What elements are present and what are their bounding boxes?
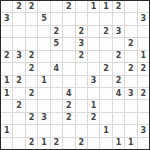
- cell-r4c1: 3: [13, 51, 24, 62]
- cell-r11c5[interactable]: [63, 138, 74, 149]
- cell-r3c8[interactable]: [100, 38, 111, 49]
- cell-r10c10[interactable]: [125, 125, 136, 136]
- cell-r4c7[interactable]: [88, 51, 99, 62]
- cell-r8c5: 2: [63, 100, 74, 111]
- cell-r3c0[interactable]: [1, 38, 12, 49]
- cell-r11c9: 1: [113, 138, 124, 149]
- cell-r5c1[interactable]: [13, 63, 24, 74]
- cell-r8c6[interactable]: [76, 100, 87, 111]
- cell-r10c9[interactable]: [113, 125, 124, 136]
- cell-r9c8[interactable]: [100, 113, 111, 124]
- cell-r6c8[interactable]: [100, 76, 111, 87]
- cell-r8c0[interactable]: [1, 100, 12, 111]
- cell-r3c2[interactable]: [26, 38, 37, 49]
- cell-r6c4[interactable]: [51, 76, 62, 87]
- cell-r10c7[interactable]: [88, 125, 99, 136]
- cell-r1c1[interactable]: [13, 13, 24, 24]
- cell-r0c2: 2: [26, 1, 37, 12]
- cell-r11c0[interactable]: [1, 138, 12, 149]
- cell-r9c11[interactable]: [138, 113, 149, 124]
- cell-r8c7: 1: [88, 100, 99, 111]
- cell-r5c2: 2: [26, 63, 37, 74]
- cell-r4c0: 2: [1, 51, 12, 62]
- cell-r0c7: 1: [88, 1, 99, 12]
- cell-r8c4[interactable]: [51, 100, 62, 111]
- cell-r9c10[interactable]: [125, 113, 136, 124]
- cell-r3c3[interactable]: [38, 38, 49, 49]
- cell-r9c1[interactable]: [13, 113, 24, 124]
- cell-r0c8: 1: [100, 1, 111, 12]
- cell-r4c3[interactable]: [38, 51, 49, 62]
- cell-r6c1: 2: [13, 76, 24, 87]
- cell-r4c10[interactable]: [125, 51, 136, 62]
- cell-r1c6[interactable]: [76, 13, 87, 24]
- cell-r11c2: 2: [26, 138, 37, 149]
- cell-r1c11: 3: [138, 13, 149, 24]
- cell-r5c4: 4: [51, 63, 62, 74]
- cell-r6c3: 1: [38, 76, 49, 87]
- cell-r1c8[interactable]: [100, 13, 111, 24]
- cell-r5c7[interactable]: [88, 63, 99, 74]
- cell-r4c2: 2: [26, 51, 37, 62]
- cell-r5c9[interactable]: [113, 63, 124, 74]
- cell-r2c4: 2: [51, 26, 62, 37]
- cell-r10c0: 1: [1, 125, 12, 136]
- cell-r5c5[interactable]: [63, 63, 74, 74]
- cell-r11c3: 1: [38, 138, 49, 149]
- cell-r3c7[interactable]: [88, 38, 99, 49]
- cell-r0c4[interactable]: [51, 1, 62, 12]
- cell-r9c5: 2: [63, 113, 74, 124]
- cell-r10c5[interactable]: [63, 125, 74, 136]
- cell-r5c0[interactable]: [1, 63, 12, 74]
- cell-r7c5: 4: [63, 88, 74, 99]
- cell-r2c2[interactable]: [26, 26, 37, 37]
- cell-r3c6: 3: [76, 38, 87, 49]
- cell-r5c3[interactable]: [38, 63, 49, 74]
- cell-r7c0: 1: [1, 88, 12, 99]
- cell-r9c9[interactable]: [113, 113, 124, 124]
- cell-r11c8[interactable]: [100, 138, 111, 149]
- cell-r9c0[interactable]: [1, 113, 12, 124]
- cell-r1c2[interactable]: [26, 13, 37, 24]
- cell-r7c2: 2: [26, 88, 37, 99]
- cell-r4c11: 1: [138, 51, 149, 62]
- cell-r10c3[interactable]: [38, 125, 49, 136]
- cell-r1c4[interactable]: [51, 13, 62, 24]
- cell-r6c9: 2: [113, 76, 124, 87]
- cell-r0c3[interactable]: [38, 1, 49, 12]
- cell-r3c9[interactable]: [113, 38, 124, 49]
- cell-r6c10[interactable]: [125, 76, 136, 87]
- cell-r9c3: 3: [38, 113, 49, 124]
- cell-r8c11[interactable]: [138, 100, 149, 111]
- cell-r10c1[interactable]: [13, 125, 24, 136]
- cell-r4c5[interactable]: [63, 51, 74, 62]
- cell-r9c2: 2: [26, 113, 37, 124]
- cell-r6c6[interactable]: [76, 76, 87, 87]
- cell-r8c9[interactable]: [113, 100, 124, 111]
- cell-r7c7[interactable]: [88, 88, 99, 99]
- cell-r5c11: 2: [138, 63, 149, 74]
- cell-r10c2[interactable]: [26, 125, 37, 136]
- cell-r6c11[interactable]: [138, 76, 149, 87]
- cell-r2c3[interactable]: [38, 26, 49, 37]
- cell-r1c5[interactable]: [63, 13, 74, 24]
- cell-r2c11[interactable]: [138, 26, 149, 37]
- cell-r0c5: 2: [63, 1, 74, 12]
- cell-r5c8: 2: [100, 63, 111, 74]
- cell-r11c11[interactable]: [138, 138, 149, 149]
- cell-r2c5[interactable]: [63, 26, 74, 37]
- cell-r7c9: 4: [113, 88, 124, 99]
- cell-r11c1[interactable]: [13, 138, 24, 149]
- cell-r2c6: 2: [76, 26, 87, 37]
- cell-r1c10[interactable]: [125, 13, 136, 24]
- cell-r7c11: 2: [138, 88, 149, 99]
- cell-r1c0: 3: [1, 13, 12, 24]
- cell-r7c4[interactable]: [51, 88, 62, 99]
- puzzle-page: 2221123532223532232221242221213212443222…: [0, 0, 150, 150]
- cell-r7c6[interactable]: [76, 88, 87, 99]
- cell-r6c0: 1: [1, 76, 12, 87]
- cell-r8c1: 2: [13, 100, 24, 111]
- cell-r4c6: 2: [76, 51, 87, 62]
- cell-r3c4: 5: [51, 38, 62, 49]
- cell-r6c5[interactable]: [63, 76, 74, 87]
- cell-r2c8: 2: [100, 26, 111, 37]
- cell-r3c5[interactable]: [63, 38, 74, 49]
- cell-r2c1[interactable]: [13, 26, 24, 37]
- cell-r7c3[interactable]: [38, 88, 49, 99]
- cell-r5c10: 2: [125, 63, 136, 74]
- cell-r9c6[interactable]: [76, 113, 87, 124]
- cell-r9c4[interactable]: [51, 113, 62, 124]
- puzzle-board: 2221123532223532232221242221213212443222…: [0, 0, 150, 150]
- cell-r5c6[interactable]: [76, 63, 87, 74]
- cell-r0c11[interactable]: [138, 1, 149, 12]
- cell-r8c10[interactable]: [125, 100, 136, 111]
- cell-r7c10: 3: [125, 88, 136, 99]
- cell-r4c9: 2: [113, 51, 124, 62]
- cell-r10c11: 3: [138, 125, 149, 136]
- cell-r2c10[interactable]: [125, 26, 136, 37]
- cell-r0c6[interactable]: [76, 1, 87, 12]
- cell-r7c8[interactable]: [100, 88, 111, 99]
- cell-r0c10[interactable]: [125, 1, 136, 12]
- cell-r8c8[interactable]: [100, 100, 111, 111]
- cell-r10c4[interactable]: [51, 125, 62, 136]
- cell-r10c6[interactable]: [76, 125, 87, 136]
- cell-r4c8[interactable]: [100, 51, 111, 62]
- cell-r0c0[interactable]: [1, 1, 12, 12]
- cell-r6c2[interactable]: [26, 76, 37, 87]
- cell-r10c8: 1: [100, 125, 111, 136]
- cell-r0c1: 2: [13, 1, 24, 12]
- cell-r8c2[interactable]: [26, 100, 37, 111]
- cell-r11c6: 2: [76, 138, 87, 149]
- cell-r0c9: 2: [113, 1, 124, 12]
- cell-r3c1[interactable]: [13, 38, 24, 49]
- cell-r1c3: 5: [38, 13, 49, 24]
- cell-r11c4: 2: [51, 138, 62, 149]
- cell-r1c7[interactable]: [88, 13, 99, 24]
- cell-r2c9: 3: [113, 26, 124, 37]
- cell-r3c10: 2: [125, 38, 136, 49]
- cell-r11c7[interactable]: [88, 138, 99, 149]
- cell-r4c4[interactable]: [51, 51, 62, 62]
- cell-r2c7[interactable]: [88, 26, 99, 37]
- cell-r11c10: 1: [125, 138, 136, 149]
- cell-r2c0[interactable]: [1, 26, 12, 37]
- cell-r6c7: 3: [88, 76, 99, 87]
- cell-r1c9[interactable]: [113, 13, 124, 24]
- cell-r9c7: 2: [88, 113, 99, 124]
- cell-r3c11[interactable]: [138, 38, 149, 49]
- cell-r7c1[interactable]: [13, 88, 24, 99]
- cell-r8c3[interactable]: [38, 100, 49, 111]
